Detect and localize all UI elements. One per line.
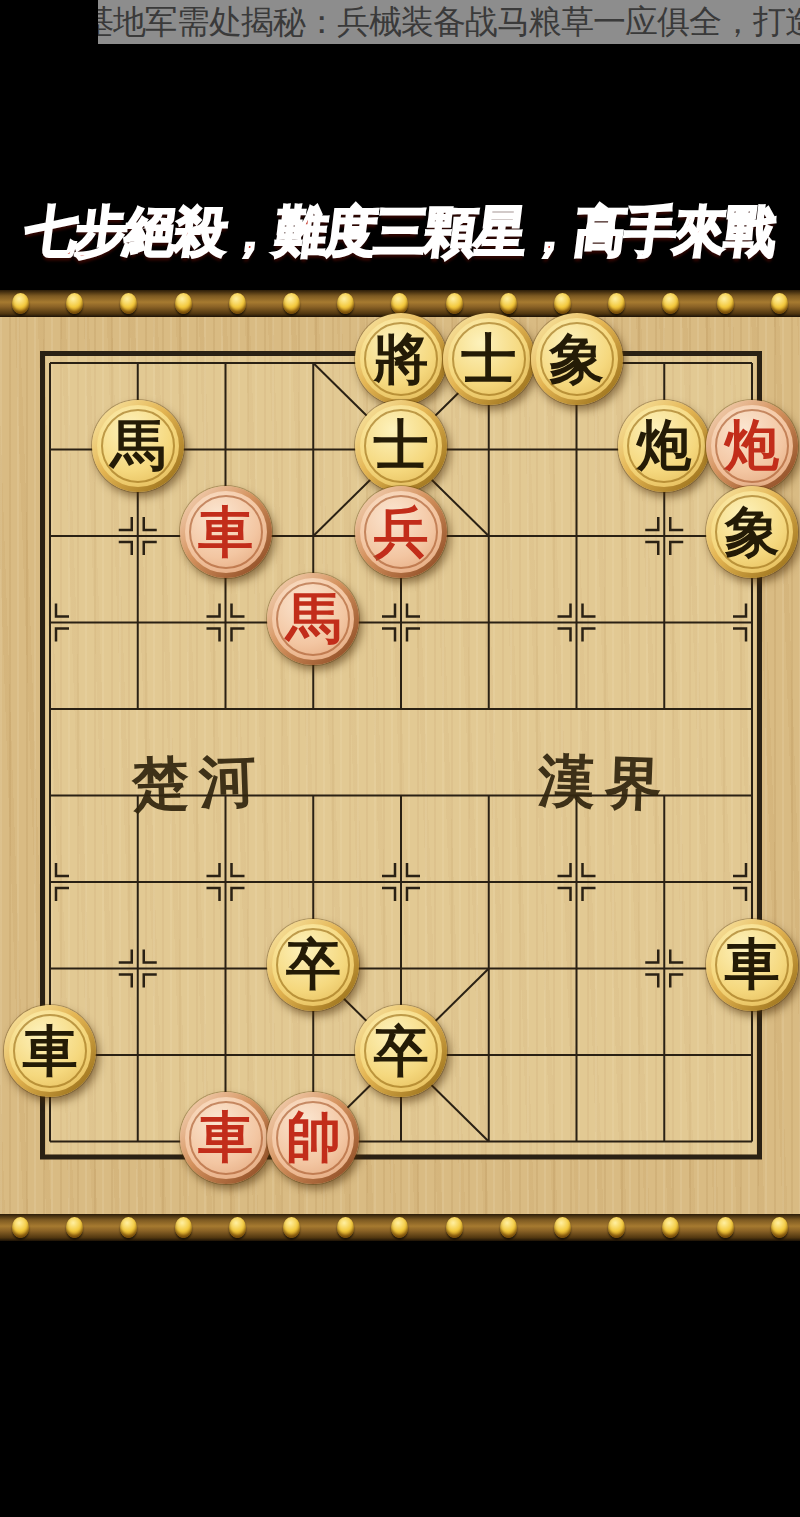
rivet-stud: [500, 1217, 517, 1238]
rivet-strip-bottom: [0, 1214, 800, 1241]
piece-face: 卒: [272, 924, 354, 1006]
piece-black-general[interactable]: 將: [355, 313, 447, 405]
piece-face: 象: [711, 491, 793, 573]
piece-black-horse[interactable]: 馬: [92, 400, 184, 492]
title-bar: 基地军需处揭秘：兵械装备战马粮草一应俱全，打造无敌: [0, 0, 800, 55]
piece-face: 卒: [360, 1010, 442, 1092]
rivet-stud: [120, 1217, 137, 1238]
piece-black-elephant[interactable]: 象: [531, 313, 623, 405]
piece-red-soldier[interactable]: 兵: [355, 486, 447, 578]
piece-character: 炮: [725, 418, 780, 473]
rivet-stud: [66, 293, 83, 314]
piece-black-advisor[interactable]: 士: [443, 313, 535, 405]
piece-character: 卒: [286, 937, 341, 992]
piece-character: 士: [374, 418, 429, 473]
rivet-stud: [337, 1217, 354, 1238]
rivet-stud: [229, 293, 246, 314]
rivet-stud: [771, 293, 788, 314]
rivet-stud: [717, 293, 734, 314]
piece-character: 兵: [374, 505, 429, 560]
piece-face: 車: [185, 491, 267, 573]
piece-face: 士: [360, 405, 442, 487]
rivet-stud: [446, 293, 463, 314]
piece-black-soldier[interactable]: 卒: [267, 919, 359, 1011]
piece-character: 車: [23, 1024, 78, 1079]
rivet-stud: [283, 1217, 300, 1238]
video-title-box: 基地军需处揭秘：兵械装备战马粮草一应俱全，打造无敌: [98, 0, 800, 44]
rivet-stud: [446, 1217, 463, 1238]
piece-black-chariot[interactable]: 車: [4, 1005, 96, 1097]
piece-face: 兵: [360, 491, 442, 573]
piece-character: 馬: [286, 591, 341, 646]
rivet-stud: [500, 293, 517, 314]
rivet-stud: [554, 293, 571, 314]
piece-black-cannon[interactable]: 炮: [618, 400, 710, 492]
rivet-stud: [229, 1217, 246, 1238]
piece-face: 馬: [97, 405, 179, 487]
piece-black-soldier[interactable]: 卒: [355, 1005, 447, 1097]
promo-banner: 七步絕殺，難度三顆星，高手來戰: [0, 192, 800, 276]
piece-character: 車: [198, 1110, 253, 1165]
piece-red-chariot[interactable]: 車: [180, 1092, 272, 1184]
piece-character: 馬: [110, 418, 165, 473]
rivet-stud: [771, 1217, 788, 1238]
rivet-stud: [175, 293, 192, 314]
piece-character: 士: [461, 332, 516, 387]
piece-character: 象: [549, 332, 604, 387]
piece-character: 象: [725, 505, 780, 560]
video-title-text: 基地军需处揭秘：兵械装备战马粮草一应俱全，打造无敌: [98, 0, 800, 44]
piece-character: 車: [198, 505, 253, 560]
piece-face: 車: [185, 1097, 267, 1179]
rivet-stud: [66, 1217, 83, 1238]
rivet-stud: [717, 1217, 734, 1238]
piece-character: 帥: [286, 1110, 341, 1165]
piece-red-chariot[interactable]: 車: [180, 486, 272, 578]
piece-red-cannon[interactable]: 炮: [706, 400, 798, 492]
piece-character: 車: [725, 937, 780, 992]
piece-face: 帥: [272, 1097, 354, 1179]
rivet-stud: [608, 1217, 625, 1238]
piece-face: 象: [536, 318, 618, 400]
rivet-stud: [391, 293, 408, 314]
piece-face: 炮: [623, 405, 705, 487]
rivet-stud: [608, 293, 625, 314]
screenshot-root: 基地军需处揭秘：兵械装备战马粮草一应俱全，打造无敌 七步絕殺，難度三顆星，高手來…: [0, 0, 800, 1517]
rivet-stud: [391, 1217, 408, 1238]
piece-character: 將: [374, 332, 429, 387]
piece-black-advisor[interactable]: 士: [355, 400, 447, 492]
rivet-stud: [283, 293, 300, 314]
board-area: 楚河 漢界 將士象馬士炮炮車兵象馬卒車車卒車帥: [0, 317, 800, 1214]
piece-black-chariot[interactable]: 車: [706, 919, 798, 1011]
rivet-stud: [554, 1217, 571, 1238]
promo-banner-text: 七步絕殺，難度三顆星，高手來戰: [21, 192, 780, 272]
rivet-stud: [120, 293, 137, 314]
piece-black-elephant[interactable]: 象: [706, 486, 798, 578]
rivet-stud: [175, 1217, 192, 1238]
rivet-stud: [662, 293, 679, 314]
river-label-han: 漢界: [537, 743, 674, 825]
piece-character: 炮: [637, 418, 692, 473]
piece-face: 炮: [711, 405, 793, 487]
piece-face: 士: [448, 318, 530, 400]
rivet-stud: [337, 293, 354, 314]
piece-face: 將: [360, 318, 442, 400]
piece-red-general[interactable]: 帥: [267, 1092, 359, 1184]
rivet-stud: [12, 1217, 29, 1238]
rivet-stud: [662, 1217, 679, 1238]
piece-face: 馬: [272, 578, 354, 660]
piece-face: 車: [9, 1010, 91, 1092]
rivet-stud: [12, 293, 29, 314]
piece-red-horse[interactable]: 馬: [267, 573, 359, 665]
piece-face: 車: [711, 924, 793, 1006]
piece-character: 卒: [374, 1024, 429, 1079]
river-label-chu: 楚河: [131, 743, 268, 825]
